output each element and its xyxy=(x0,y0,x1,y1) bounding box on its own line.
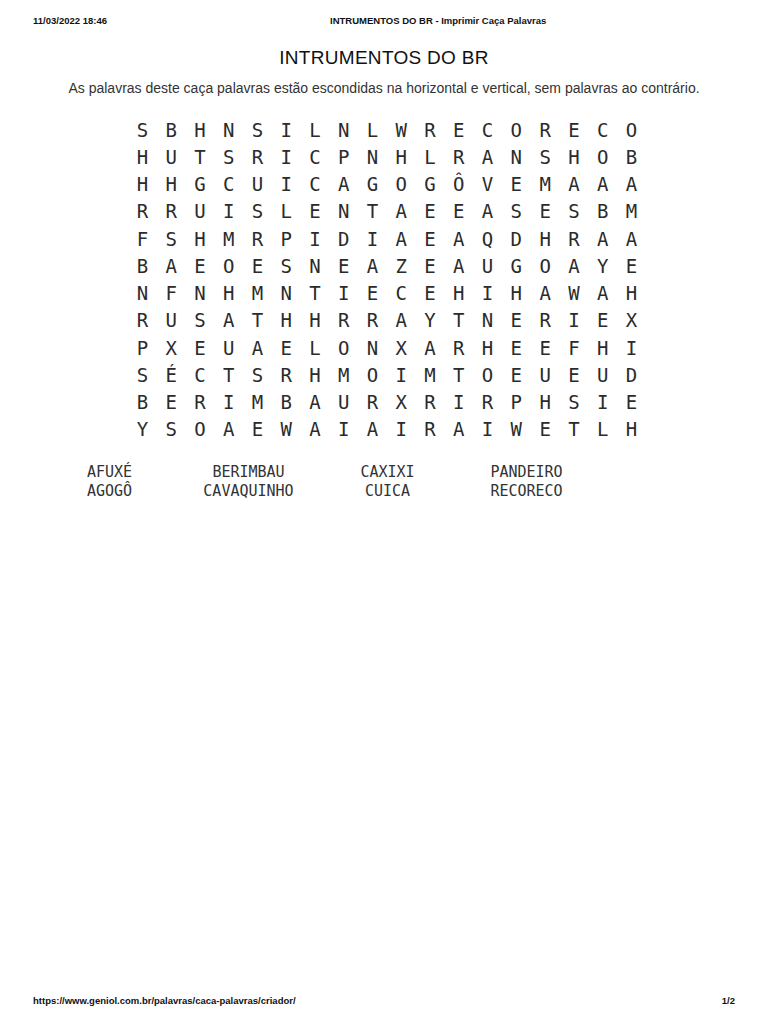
grid-cell: I xyxy=(473,416,502,443)
grid-cell: P xyxy=(272,225,301,252)
grid-cell: V xyxy=(473,171,502,198)
grid-cell: R xyxy=(444,143,473,170)
header-timestamp: 11/03/2022 18:46 xyxy=(33,15,107,26)
grid-cell: H xyxy=(301,307,330,334)
word-list-item: RECORECO xyxy=(457,482,596,501)
grid-cell: N xyxy=(473,307,502,334)
grid-cell: S xyxy=(243,361,272,388)
puzzle-instructions: As palavras deste caça palavras estão es… xyxy=(0,80,768,97)
grid-cell: T xyxy=(559,416,588,443)
grid-cell: H xyxy=(473,334,502,361)
grid-cell: O xyxy=(186,416,215,443)
grid-cell: S xyxy=(128,361,157,388)
grid-cell: E xyxy=(617,252,646,279)
grid-cell: S xyxy=(214,143,243,170)
word-list-column: AFUXÉAGOGÔ xyxy=(40,463,179,502)
grid-cell: S xyxy=(186,307,215,334)
grid-cell: E xyxy=(416,225,445,252)
grid-cell: R xyxy=(473,389,502,416)
grid-cell: W xyxy=(272,416,301,443)
grid-cell: R xyxy=(272,361,301,388)
grid-cell: U xyxy=(243,171,272,198)
grid-cell: U xyxy=(157,307,186,334)
grid-cell: R xyxy=(416,416,445,443)
grid-cell: I xyxy=(301,225,330,252)
grid-cell: N xyxy=(329,198,358,225)
grid-cell: Ô xyxy=(444,171,473,198)
grid-cell: A xyxy=(387,198,416,225)
grid-cell: I xyxy=(473,280,502,307)
grid-cell: H xyxy=(186,116,215,143)
grid-cell: Z xyxy=(387,252,416,279)
grid-cell: W xyxy=(502,416,531,443)
grid-cell: S xyxy=(128,116,157,143)
grid-cell: E xyxy=(502,307,531,334)
grid-cell: B xyxy=(272,389,301,416)
grid-cell: N xyxy=(301,252,330,279)
footer-page-number: 1/2 xyxy=(722,995,735,1006)
grid-cell: A xyxy=(588,280,617,307)
grid-cell: L xyxy=(588,416,617,443)
grid-cell: G xyxy=(502,252,531,279)
grid-cell: L xyxy=(272,198,301,225)
grid-cell: H xyxy=(617,416,646,443)
grid-cell: A xyxy=(559,171,588,198)
grid-cell: S xyxy=(157,225,186,252)
grid-cell: N xyxy=(358,143,387,170)
word-list-item: CAXIXI xyxy=(318,463,457,482)
grid-cell: E xyxy=(186,252,215,279)
grid-cell: E xyxy=(559,361,588,388)
grid-cell: E xyxy=(157,389,186,416)
grid-cell: L xyxy=(301,116,330,143)
grid-cell: H xyxy=(559,143,588,170)
grid-cell: E xyxy=(416,280,445,307)
grid-cell: E xyxy=(502,361,531,388)
grid-cell: C xyxy=(473,116,502,143)
grid-cell: A xyxy=(387,225,416,252)
grid-cell: X xyxy=(617,307,646,334)
grid-cell: G xyxy=(416,171,445,198)
grid-cell: N xyxy=(502,143,531,170)
grid-cell: O xyxy=(358,361,387,388)
grid-cell: A xyxy=(358,252,387,279)
grid-cell: R xyxy=(329,307,358,334)
grid-cell: A xyxy=(358,416,387,443)
grid-cell: E xyxy=(559,116,588,143)
grid-cell: I xyxy=(387,416,416,443)
grid-cell: U xyxy=(329,389,358,416)
grid-cell: S xyxy=(243,116,272,143)
grid-cell: I xyxy=(214,198,243,225)
grid-cell: R xyxy=(416,389,445,416)
grid-cell: E xyxy=(444,116,473,143)
word-list-item: BERIMBAU xyxy=(179,463,318,482)
grid-cell: A xyxy=(444,416,473,443)
word-list-item: AGOGÔ xyxy=(40,482,179,501)
grid-cell: Y xyxy=(588,252,617,279)
grid-cell: C xyxy=(301,171,330,198)
grid-cell: O xyxy=(588,143,617,170)
grid-cell: I xyxy=(358,225,387,252)
word-list-column: CAXIXICUICA xyxy=(318,463,457,502)
grid-cell: N xyxy=(272,280,301,307)
header-document-title: INTRUMENTOS DO BR - Imprimir Caça Palavr… xyxy=(330,15,546,26)
grid-cell: I xyxy=(272,116,301,143)
grid-cell: X xyxy=(387,389,416,416)
grid-cell: M xyxy=(531,171,560,198)
grid-cell: H xyxy=(128,143,157,170)
grid-cell: H xyxy=(157,171,186,198)
grid-cell: U xyxy=(157,143,186,170)
grid-cell: A xyxy=(243,334,272,361)
grid-cell: S xyxy=(243,198,272,225)
grid-cell: H xyxy=(531,389,560,416)
grid-cell: H xyxy=(502,280,531,307)
grid-cell: L xyxy=(416,143,445,170)
grid-cell: R xyxy=(416,116,445,143)
grid-cell: E xyxy=(243,416,272,443)
grid-cell: I xyxy=(214,389,243,416)
grid-cell: X xyxy=(387,334,416,361)
grid-cell: T xyxy=(358,198,387,225)
grid-cell: I xyxy=(329,416,358,443)
grid-cell: R xyxy=(559,225,588,252)
grid-cell: M xyxy=(416,361,445,388)
grid-cell: M xyxy=(243,389,272,416)
grid-cell: H xyxy=(531,225,560,252)
word-list-column: BERIMBAUCAVAQUINHO xyxy=(179,463,318,502)
grid-cell: D xyxy=(617,361,646,388)
grid-cell: D xyxy=(502,225,531,252)
grid-cell: N xyxy=(329,116,358,143)
grid-cell: U xyxy=(531,361,560,388)
grid-cell: O xyxy=(214,252,243,279)
grid-cell: A xyxy=(301,416,330,443)
grid-cell: A xyxy=(559,252,588,279)
grid-cell: T xyxy=(444,361,473,388)
grid-cell: O xyxy=(531,252,560,279)
word-list-item: CAVAQUINHO xyxy=(179,482,318,501)
grid-cell: S xyxy=(559,389,588,416)
grid-cell: E xyxy=(444,198,473,225)
grid-cell: E xyxy=(416,198,445,225)
word-search-grid: SBHNSILNLWRECORECOHUTSRICPNHLRANSHOBHHGC… xyxy=(128,116,646,443)
grid-cell: E xyxy=(301,198,330,225)
grid-cell: U xyxy=(186,198,215,225)
grid-cell: T xyxy=(301,280,330,307)
grid-cell: S xyxy=(157,416,186,443)
grid-cell: B xyxy=(157,116,186,143)
grid-cell: M xyxy=(214,225,243,252)
grid-cell: R xyxy=(157,198,186,225)
grid-cell: H xyxy=(301,361,330,388)
grid-cell: P xyxy=(502,389,531,416)
grid-cell: O xyxy=(473,361,502,388)
grid-cell: I xyxy=(272,171,301,198)
grid-cell: P xyxy=(128,334,157,361)
grid-cell: H xyxy=(272,307,301,334)
grid-cell: E xyxy=(186,334,215,361)
grid-cell: T xyxy=(243,307,272,334)
grid-cell: M xyxy=(243,280,272,307)
grid-cell: P xyxy=(329,143,358,170)
grid-cell: H xyxy=(128,171,157,198)
grid-cell: N xyxy=(214,116,243,143)
grid-cell: L xyxy=(358,116,387,143)
grid-cell: D xyxy=(329,225,358,252)
grid-cell: A xyxy=(416,334,445,361)
grid-cell: C xyxy=(301,143,330,170)
grid-cell: A xyxy=(444,225,473,252)
grid-cell: O xyxy=(329,334,358,361)
grid-cell: I xyxy=(588,389,617,416)
grid-cell: I xyxy=(559,307,588,334)
grid-cell: A xyxy=(617,225,646,252)
grid-cell: U xyxy=(588,361,617,388)
grid-cell: I xyxy=(387,361,416,388)
grid-cell: A xyxy=(329,171,358,198)
grid-cell: A xyxy=(473,198,502,225)
grid-cell: I xyxy=(444,389,473,416)
grid-cell: Y xyxy=(128,416,157,443)
grid-cell: A xyxy=(531,280,560,307)
grid-cell: B xyxy=(588,198,617,225)
grid-cell: E xyxy=(531,416,560,443)
grid-cell: A xyxy=(588,225,617,252)
grid-cell: G xyxy=(358,171,387,198)
grid-cell: H xyxy=(186,225,215,252)
grid-cell: O xyxy=(617,116,646,143)
word-list-column: PANDEIRORECORECO xyxy=(457,463,596,502)
grid-cell: T xyxy=(214,361,243,388)
grid-cell: R xyxy=(531,307,560,334)
word-list-item: CUICA xyxy=(318,482,457,501)
footer-url: https://www.geniol.com.br/palavras/caca-… xyxy=(33,995,296,1006)
grid-cell: S xyxy=(502,198,531,225)
word-list-item: AFUXÉ xyxy=(40,463,179,482)
grid-cell: S xyxy=(272,252,301,279)
grid-cell: E xyxy=(416,252,445,279)
grid-cell: R xyxy=(531,116,560,143)
grid-cell: A xyxy=(387,307,416,334)
grid-cell: R xyxy=(128,307,157,334)
puzzle-title: INTRUMENTOS DO BR xyxy=(0,46,768,69)
word-list-item: PANDEIRO xyxy=(457,463,596,482)
grid-cell: C xyxy=(588,116,617,143)
grid-cell: W xyxy=(387,116,416,143)
grid-cell: É xyxy=(157,361,186,388)
grid-cell: A xyxy=(473,143,502,170)
grid-cell: E xyxy=(329,252,358,279)
grid-cell: E xyxy=(502,334,531,361)
grid-cell: X xyxy=(157,334,186,361)
grid-cell: A xyxy=(214,307,243,334)
grid-cell: F xyxy=(559,334,588,361)
grid-cell: U xyxy=(473,252,502,279)
grid-cell: C xyxy=(214,171,243,198)
grid-cell: O xyxy=(387,171,416,198)
grid-cell: R xyxy=(358,307,387,334)
grid-cell: H xyxy=(214,280,243,307)
grid-cell: I xyxy=(272,143,301,170)
grid-cell: M xyxy=(329,361,358,388)
grid-cell: H xyxy=(588,334,617,361)
grid-cell: E xyxy=(272,334,301,361)
grid-cell: N xyxy=(358,334,387,361)
grid-cell: Q xyxy=(473,225,502,252)
grid-cell: H xyxy=(617,280,646,307)
grid-cell: G xyxy=(186,171,215,198)
grid-cell: E xyxy=(531,198,560,225)
grid-cell: S xyxy=(531,143,560,170)
grid-cell: N xyxy=(186,280,215,307)
grid-cell: R xyxy=(358,389,387,416)
grid-cell: C xyxy=(387,280,416,307)
grid-cell: A xyxy=(214,416,243,443)
grid-cell: Y xyxy=(416,307,445,334)
grid-cell: T xyxy=(444,307,473,334)
grid-cell: W xyxy=(559,280,588,307)
grid-cell: E xyxy=(588,307,617,334)
grid-cell: H xyxy=(387,143,416,170)
grid-cell: E xyxy=(531,334,560,361)
grid-cell: S xyxy=(559,198,588,225)
grid-cell: E xyxy=(502,171,531,198)
grid-cell: A xyxy=(617,171,646,198)
grid-cell: E xyxy=(617,389,646,416)
grid-cell: R xyxy=(186,389,215,416)
grid-cell: U xyxy=(214,334,243,361)
grid-cell: R xyxy=(243,143,272,170)
grid-cell: O xyxy=(502,116,531,143)
grid-cell: T xyxy=(186,143,215,170)
grid-cell: E xyxy=(358,280,387,307)
grid-cell: C xyxy=(186,361,215,388)
grid-cell: R xyxy=(128,198,157,225)
grid-cell: I xyxy=(329,280,358,307)
grid-cell: A xyxy=(157,252,186,279)
grid-cell: B xyxy=(617,143,646,170)
grid-cell: A xyxy=(588,171,617,198)
grid-cell: E xyxy=(243,252,272,279)
grid-cell: L xyxy=(301,334,330,361)
grid-cell: H xyxy=(444,280,473,307)
grid-cell: N xyxy=(128,280,157,307)
grid-cell: R xyxy=(243,225,272,252)
grid-cell: R xyxy=(444,334,473,361)
grid-cell: M xyxy=(617,198,646,225)
grid-cell: B xyxy=(128,252,157,279)
grid-cell: A xyxy=(301,389,330,416)
grid-cell: I xyxy=(617,334,646,361)
grid-cell: B xyxy=(128,389,157,416)
grid-cell: F xyxy=(128,225,157,252)
grid-cell: F xyxy=(157,280,186,307)
word-list: AFUXÉAGOGÔBERIMBAUCAVAQUINHOCAXIXICUICAP… xyxy=(40,463,596,502)
grid-cell: A xyxy=(444,252,473,279)
